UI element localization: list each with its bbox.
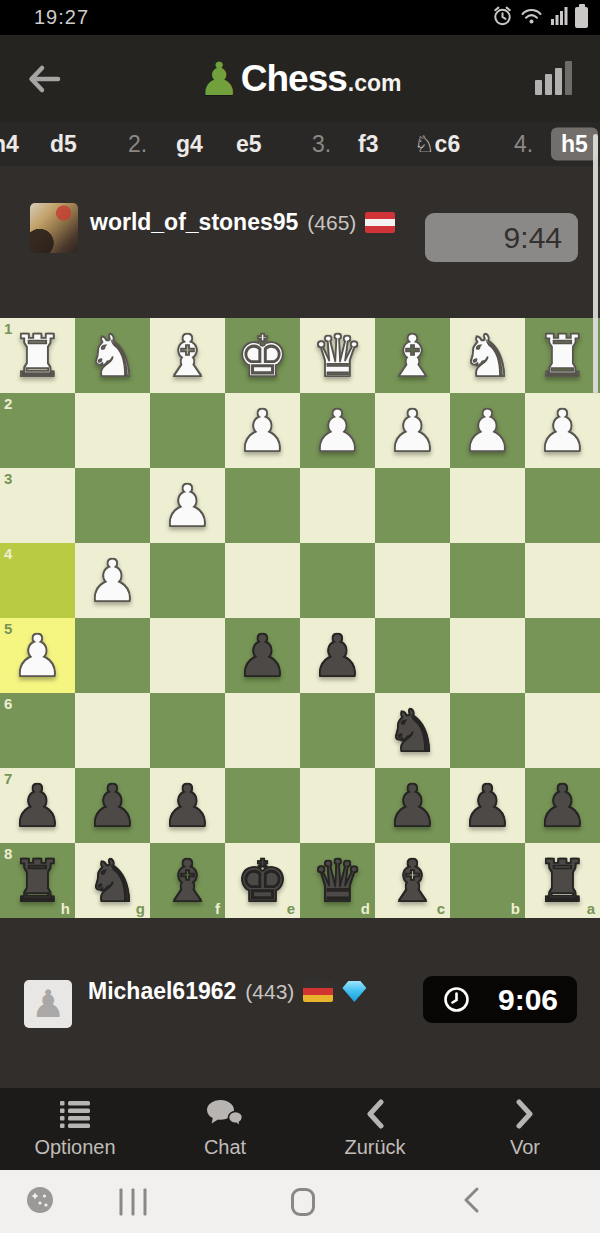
black-knight-g8[interactable]: ♞ (87, 846, 139, 916)
chat-bubbles-icon (206, 1099, 244, 1129)
square-d4[interactable] (300, 543, 375, 618)
file-label-f: f (215, 901, 220, 916)
rank-label-2: 2 (4, 396, 12, 411)
square-f2[interactable] (150, 393, 225, 468)
chat-label: Chat (204, 1136, 246, 1159)
square-c7[interactable]: ♟ (375, 768, 450, 843)
home-icon[interactable] (291, 1188, 315, 1216)
logo-com-text: .com (348, 70, 402, 97)
square-f3[interactable]: ♟ (150, 468, 225, 543)
white-knight-g1[interactable]: ♞ (87, 321, 139, 391)
alarm-icon (492, 5, 513, 31)
square-e6[interactable] (225, 693, 300, 768)
logo-text: Chess (241, 58, 347, 100)
square-h8[interactable]: 8h♜ (0, 843, 75, 918)
black-pawn-d5[interactable]: ♟ (312, 621, 364, 691)
opponent-clock-time: 9:44 (504, 221, 578, 255)
player-username[interactable]: Michael61962 (88, 978, 236, 1005)
square-g7[interactable]: ♟ (75, 768, 150, 843)
file-label-b: b (511, 901, 520, 916)
square-h3[interactable]: 3 (0, 468, 75, 543)
black-pawn-h7[interactable]: ♟ (12, 771, 64, 841)
black-pawn-f7[interactable]: ♟ (162, 771, 214, 841)
square-b6[interactable] (450, 693, 525, 768)
square-d1[interactable]: ♛ (300, 318, 375, 393)
black-rook-a8[interactable]: ♜ (537, 846, 589, 916)
square-a8[interactable]: a♜ (525, 843, 600, 918)
square-h5[interactable]: 5♟ (0, 618, 75, 693)
diamond-gem-icon (342, 981, 366, 1002)
back-move-label: Zurück (344, 1136, 405, 1159)
white-pawn-a2[interactable]: ♟ (537, 396, 589, 466)
move-list: h4 d5 2. g4 e5 3. f3 ♘c6 4. h5 (0, 122, 600, 166)
move-item[interactable]: f3 (358, 131, 378, 158)
forward-move-label: Vor (510, 1136, 540, 1159)
square-h1[interactable]: 1♜ (0, 318, 75, 393)
square-f7[interactable]: ♟ (150, 768, 225, 843)
square-h2[interactable]: 2 (0, 393, 75, 468)
square-b5[interactable] (450, 618, 525, 693)
status-bar: 19:27 (0, 0, 600, 35)
header: ♟Chess.com (0, 35, 600, 122)
white-rook-a1[interactable]: ♜ (537, 321, 589, 391)
white-bishop-c1[interactable]: ♝ (387, 321, 439, 391)
move-item-current[interactable]: h5 (551, 128, 598, 161)
recents-icon[interactable] (120, 1188, 147, 1215)
square-b8[interactable]: b (450, 843, 525, 918)
square-h7[interactable]: 7♟ (0, 768, 75, 843)
square-e4[interactable] (225, 543, 300, 618)
black-pawn-b7[interactable]: ♟ (462, 771, 514, 841)
germany-flag-icon (303, 981, 333, 1002)
battery-icon (575, 7, 588, 28)
black-bishop-f8[interactable]: ♝ (162, 846, 214, 916)
opponent-clock: 9:44 (425, 213, 578, 262)
options-list-icon (60, 1099, 90, 1129)
android-nav-bar (0, 1170, 600, 1233)
wifi-icon (520, 6, 544, 30)
status-time: 19:27 (34, 6, 89, 29)
square-a7[interactable]: ♟ (525, 768, 600, 843)
move-item[interactable]: h4 (0, 131, 19, 158)
black-king-e8[interactable]: ♚ (237, 846, 289, 916)
player-rating: (443) (245, 980, 294, 1004)
opponent-avatar[interactable] (30, 203, 78, 253)
square-c3[interactable] (375, 468, 450, 543)
black-rook-h8[interactable]: ♜ (12, 846, 64, 916)
square-e7[interactable] (225, 768, 300, 843)
status-icons (492, 0, 588, 35)
square-b7[interactable]: ♟ (450, 768, 525, 843)
square-g2[interactable] (75, 393, 150, 468)
square-e1[interactable]: ♚ (225, 318, 300, 393)
player-clock: 9:06 (423, 976, 577, 1023)
square-d7[interactable] (300, 768, 375, 843)
square-e8[interactable]: e♚ (225, 843, 300, 918)
square-f8[interactable]: f♝ (150, 843, 225, 918)
square-f1[interactable]: ♝ (150, 318, 225, 393)
square-a5[interactable] (525, 618, 600, 693)
square-a1[interactable]: ♜ (525, 318, 600, 393)
white-pawn-b2[interactable]: ♟ (462, 396, 514, 466)
white-pawn-g4[interactable]: ♟ (87, 546, 139, 616)
rank-label-6: 6 (4, 696, 12, 711)
black-pawn-a7[interactable]: ♟ (537, 771, 589, 841)
square-b3[interactable] (450, 468, 525, 543)
opponent-rating: (465) (307, 211, 356, 235)
move-item[interactable]: d5 (50, 131, 77, 158)
square-g1[interactable]: ♞ (75, 318, 150, 393)
chess-board[interactable]: 1♜♞♝♚♛♝♞♜2♟♟♟♟♟3♟4♟5♟♟♟6♞7♟♟♟♟♟♟8h♜g♞f♝e… (0, 318, 600, 918)
white-rook-h1[interactable]: ♜ (12, 321, 64, 391)
square-c5[interactable] (375, 618, 450, 693)
chevron-left-icon (365, 1099, 385, 1129)
square-h4[interactable]: 4 (0, 543, 75, 618)
opponent-username[interactable]: world_of_stones95 (90, 209, 298, 236)
rank-label-4: 4 (4, 546, 12, 561)
square-f5[interactable] (150, 618, 225, 693)
connection-bars-icon[interactable] (535, 61, 572, 95)
square-c8[interactable]: c♝ (375, 843, 450, 918)
white-king-e1[interactable]: ♚ (237, 321, 289, 391)
black-pawn-g7[interactable]: ♟ (87, 771, 139, 841)
bottom-nav: Optionen Chat Zurück Vor (0, 1088, 600, 1170)
options-label: Optionen (34, 1136, 115, 1159)
square-a6[interactable] (525, 693, 600, 768)
player-avatar[interactable]: ♟ (24, 980, 72, 1028)
square-b4[interactable] (450, 543, 525, 618)
square-d5[interactable]: ♟ (300, 618, 375, 693)
black-pawn-c7[interactable]: ♟ (387, 771, 439, 841)
square-c2[interactable]: ♟ (375, 393, 450, 468)
options-button[interactable]: Optionen (0, 1088, 150, 1170)
square-f6[interactable] (150, 693, 225, 768)
square-a4[interactable] (525, 543, 600, 618)
white-pawn-c2[interactable]: ♟ (387, 396, 439, 466)
back-icon[interactable] (460, 1186, 482, 1218)
square-a3[interactable] (525, 468, 600, 543)
pawn-avatar-icon: ♟ (31, 980, 65, 1028)
scrollbar[interactable] (593, 134, 598, 394)
white-knight-b1[interactable]: ♞ (462, 321, 514, 391)
back-move-button[interactable]: Zurück (300, 1088, 450, 1170)
white-pawn-d2[interactable]: ♟ (312, 396, 364, 466)
square-g3[interactable] (75, 468, 150, 543)
square-g4[interactable]: ♟ (75, 543, 150, 618)
chesscom-logo: ♟Chess.com (0, 35, 600, 122)
square-h6[interactable]: 6 (0, 693, 75, 768)
signal-icon (551, 6, 568, 30)
game-launcher-icon[interactable] (26, 1186, 54, 1218)
move-item[interactable]: g4 (176, 131, 203, 158)
chess-app-screen: 19:27 ♟Chess.com h4 d5 2. g4 e5 (0, 0, 600, 1233)
square-g6[interactable] (75, 693, 150, 768)
move-item[interactable]: e5 (236, 131, 262, 158)
square-c4[interactable] (375, 543, 450, 618)
chat-button[interactable]: Chat (150, 1088, 300, 1170)
austria-flag-icon (365, 212, 395, 233)
chevron-right-icon (515, 1099, 535, 1129)
white-bishop-f1[interactable]: ♝ (162, 321, 214, 391)
square-e2[interactable]: ♟ (225, 393, 300, 468)
square-e5[interactable]: ♟ (225, 618, 300, 693)
rank-label-3: 3 (4, 471, 12, 486)
square-b2[interactable]: ♟ (450, 393, 525, 468)
player-clock-time: 9:06 (498, 983, 558, 1017)
square-d2[interactable]: ♟ (300, 393, 375, 468)
forward-move-button[interactable]: Vor (450, 1088, 600, 1170)
square-d8[interactable]: d♛ (300, 843, 375, 918)
white-pawn-h5[interactable]: ♟ (12, 621, 64, 691)
black-knight-c6[interactable]: ♞ (387, 696, 439, 766)
logo-pawn-icon: ♟ (199, 56, 240, 102)
black-queen-d8[interactable]: ♛ (312, 846, 364, 916)
move-number: 4. (514, 131, 533, 158)
square-c1[interactable]: ♝ (375, 318, 450, 393)
white-pawn-f3[interactable]: ♟ (162, 471, 214, 541)
move-number: 2. (128, 131, 147, 158)
square-e3[interactable] (225, 468, 300, 543)
square-g5[interactable] (75, 618, 150, 693)
square-c6[interactable]: ♞ (375, 693, 450, 768)
move-item[interactable]: ♘c6 (414, 131, 460, 158)
square-b1[interactable]: ♞ (450, 318, 525, 393)
square-d6[interactable] (300, 693, 375, 768)
black-pawn-e5[interactable]: ♟ (237, 621, 289, 691)
square-g8[interactable]: g♞ (75, 843, 150, 918)
square-f4[interactable] (150, 543, 225, 618)
player-info-bar: ♟ Michael61962 (443) 9:06 (0, 918, 600, 1088)
opponent-info-bar: world_of_stones95 (465) 9:44 (0, 166, 600, 318)
move-number: 3. (312, 131, 331, 158)
clock-icon (443, 986, 470, 1013)
white-pawn-e2[interactable]: ♟ (237, 396, 289, 466)
square-d3[interactable] (300, 468, 375, 543)
white-queen-d1[interactable]: ♛ (312, 321, 364, 391)
black-bishop-c8[interactable]: ♝ (387, 846, 439, 916)
square-a2[interactable]: ♟ (525, 393, 600, 468)
